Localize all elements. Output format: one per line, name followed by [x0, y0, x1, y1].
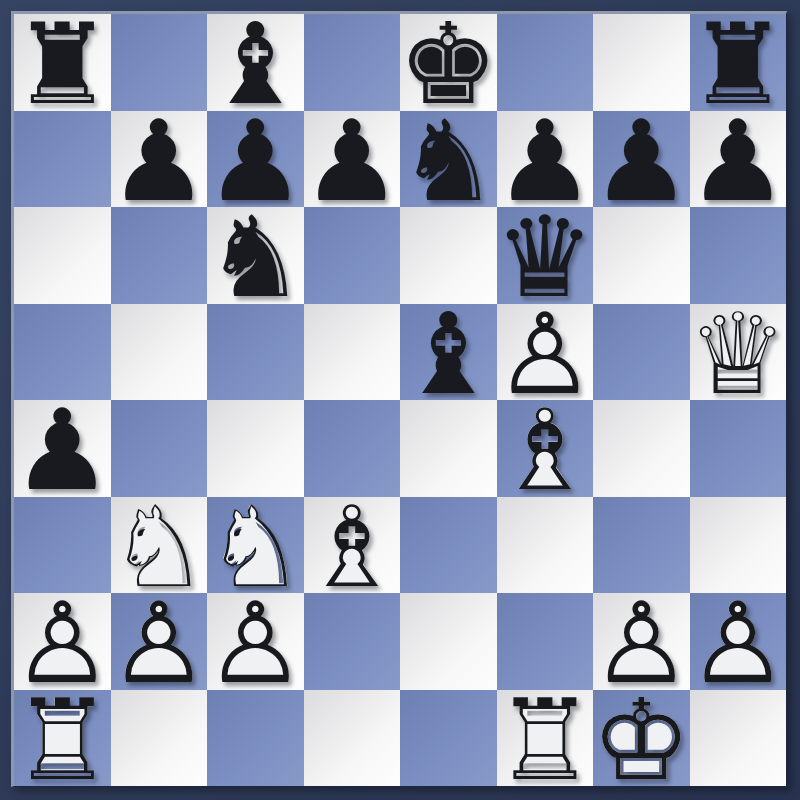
square-g7[interactable]: ♟: [593, 111, 690, 208]
black-piece-glyph: ♝: [400, 306, 497, 403]
white-piece-outline-layer: ♗: [497, 402, 594, 499]
square-d3[interactable]: ♝♗: [304, 497, 401, 594]
square-h7[interactable]: ♟: [690, 111, 787, 208]
piece-white-pawn-b2: ♟♙: [111, 593, 208, 690]
square-c1[interactable]: [207, 690, 304, 787]
square-g6[interactable]: [593, 207, 690, 304]
square-h4[interactable]: [690, 400, 787, 497]
piece-black-knight-e7: ♞: [400, 111, 497, 208]
black-piece-glyph: ♜: [14, 16, 111, 113]
square-e1[interactable]: [400, 690, 497, 787]
square-g5[interactable]: [593, 304, 690, 401]
white-piece-outline-layer: ♔: [593, 692, 690, 789]
square-f4[interactable]: ♝♗: [497, 400, 594, 497]
square-c5[interactable]: [207, 304, 304, 401]
square-d1[interactable]: [304, 690, 401, 787]
piece-white-bishop-d3: ♝♗: [304, 497, 401, 594]
white-piece-outline-layer: ♙: [111, 595, 208, 692]
square-g1[interactable]: ♚♔: [593, 690, 690, 787]
square-a1[interactable]: ♜♖: [14, 690, 111, 787]
square-c6[interactable]: ♞: [207, 207, 304, 304]
piece-white-queen-h5: ♛♕: [690, 304, 787, 401]
square-c2[interactable]: ♟♙: [207, 593, 304, 690]
white-piece-outline-layer: ♗: [304, 499, 401, 596]
square-h1[interactable]: [690, 690, 787, 787]
square-e5[interactable]: ♝: [400, 304, 497, 401]
white-piece-outline-layer: ♕: [690, 306, 787, 403]
piece-black-rook-a8: ♜: [14, 14, 111, 111]
square-g4[interactable]: [593, 400, 690, 497]
square-b7[interactable]: ♟: [111, 111, 208, 208]
piece-black-pawn-g7: ♟: [593, 111, 690, 208]
piece-black-bishop-e5: ♝: [400, 304, 497, 401]
piece-black-pawn-h7: ♟: [690, 111, 787, 208]
piece-white-pawn-h2: ♟♙: [690, 593, 787, 690]
chess-board: ♜♝♚♜♟♟♟♞♟♟♟♞♛♝♟♙♛♕♟♝♗♞♘♞♘♝♗♟♙♟♙♟♙♟♙♟♙♜♖♜…: [11, 11, 787, 787]
square-d2[interactable]: [304, 593, 401, 690]
square-e2[interactable]: [400, 593, 497, 690]
black-piece-glyph: ♞: [400, 113, 497, 210]
square-h2[interactable]: ♟♙: [690, 593, 787, 690]
piece-white-king-g1: ♚♔: [593, 690, 690, 787]
square-e3[interactable]: [400, 497, 497, 594]
square-b2[interactable]: ♟♙: [111, 593, 208, 690]
square-e7[interactable]: ♞: [400, 111, 497, 208]
square-d7[interactable]: ♟: [304, 111, 401, 208]
piece-black-pawn-a4: ♟: [14, 400, 111, 497]
square-b5[interactable]: [111, 304, 208, 401]
square-a6[interactable]: [14, 207, 111, 304]
white-piece-outline-layer: ♖: [497, 692, 594, 789]
black-piece-glyph: ♟: [111, 113, 208, 210]
piece-white-rook-f1: ♜♖: [497, 690, 594, 787]
square-a4[interactable]: ♟: [14, 400, 111, 497]
board-frame: ♜♝♚♜♟♟♟♞♟♟♟♞♛♝♟♙♛♕♟♝♗♞♘♞♘♝♗♟♙♟♙♟♙♟♙♟♙♜♖♜…: [0, 0, 800, 800]
square-d6[interactable]: [304, 207, 401, 304]
piece-black-knight-c6: ♞: [207, 207, 304, 304]
white-piece-outline-layer: ♖: [14, 692, 111, 789]
piece-white-pawn-c2: ♟♙: [207, 593, 304, 690]
piece-white-rook-a1: ♜♖: [14, 690, 111, 787]
square-f3[interactable]: [497, 497, 594, 594]
black-piece-glyph: ♟: [593, 113, 690, 210]
square-b6[interactable]: [111, 207, 208, 304]
piece-black-pawn-d7: ♟: [304, 111, 401, 208]
square-b1[interactable]: [111, 690, 208, 787]
black-piece-glyph: ♟: [304, 113, 401, 210]
black-piece-glyph: ♞: [207, 209, 304, 306]
black-piece-glyph: ♟: [690, 113, 787, 210]
square-a7[interactable]: [14, 111, 111, 208]
piece-white-bishop-f4: ♝♗: [497, 400, 594, 497]
square-d5[interactable]: [304, 304, 401, 401]
white-piece-outline-layer: ♙: [690, 595, 787, 692]
piece-black-pawn-b7: ♟: [111, 111, 208, 208]
square-a8[interactable]: ♜: [14, 14, 111, 111]
square-h5[interactable]: ♛♕: [690, 304, 787, 401]
white-piece-outline-layer: ♙: [207, 595, 304, 692]
black-piece-glyph: ♟: [14, 402, 111, 499]
square-e4[interactable]: [400, 400, 497, 497]
square-f1[interactable]: ♜♖: [497, 690, 594, 787]
